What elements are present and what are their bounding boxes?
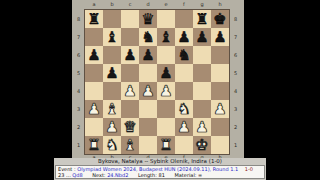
white-knight-icon: ♞ (177, 102, 190, 117)
square-c3[interactable] (121, 100, 139, 118)
square-h5[interactable] (211, 64, 229, 82)
square-f5[interactable] (175, 64, 193, 82)
black-pawn-icon: ♟ (213, 30, 226, 45)
square-d8[interactable]: ♛ (139, 10, 157, 28)
square-b4[interactable] (103, 82, 121, 100)
square-f4[interactable] (175, 82, 193, 100)
black-queen-icon: ♛ (141, 12, 154, 27)
square-a5[interactable] (85, 64, 103, 82)
square-e4[interactable]: ♟ (157, 82, 175, 100)
rank-labels-left: 87654321 (74, 10, 83, 154)
square-a6[interactable]: ♟ (85, 46, 103, 64)
square-e8[interactable] (157, 10, 175, 28)
square-h4[interactable] (211, 82, 229, 100)
white-pawn-icon: ♟ (141, 84, 154, 99)
white-pawn-icon: ♟ (105, 120, 118, 135)
black-rook-icon: ♜ (195, 12, 208, 27)
black-rook-icon: ♜ (87, 12, 100, 27)
material-balance: Material: = (174, 172, 202, 178)
square-f8[interactable] (175, 10, 193, 28)
square-g5[interactable] (193, 64, 211, 82)
square-g7[interactable]: ♟ (193, 28, 211, 46)
square-g2[interactable]: ♟ (193, 118, 211, 136)
square-a2[interactable] (85, 118, 103, 136)
next-move: 24.Nbd2 (107, 172, 128, 178)
square-b5[interactable]: ♟ (103, 64, 121, 82)
white-queen-icon: ♛ (123, 120, 136, 135)
square-c2[interactable]: ♛ (121, 118, 139, 136)
white-pawn-icon: ♟ (213, 102, 226, 117)
square-h2[interactable] (211, 118, 229, 136)
white-bishop-icon: ♝ (105, 102, 118, 117)
square-a7[interactable] (85, 28, 103, 46)
square-g6[interactable] (193, 46, 211, 64)
square-g1[interactable]: ♚ (193, 136, 211, 154)
square-d6[interactable]: ♟ (139, 46, 157, 64)
rank-label-6: 6 (231, 46, 240, 64)
rank-label-3: 3 (231, 100, 240, 118)
rank-label-8: 8 (231, 10, 240, 28)
rank-label-8: 8 (74, 10, 83, 28)
white-pawn-icon: ♟ (177, 120, 190, 135)
white-pawn-icon: ♟ (87, 102, 100, 117)
square-d3[interactable] (139, 100, 157, 118)
square-e3[interactable] (157, 100, 175, 118)
square-b6[interactable] (103, 46, 121, 64)
square-d5[interactable] (139, 64, 157, 82)
move-number: 23 ... (58, 172, 71, 178)
file-label-g: g (193, 2, 211, 7)
file-labels-top: abcdefgh (85, 2, 229, 7)
square-b3[interactable]: ♝ (103, 100, 121, 118)
square-h7[interactable]: ♟ (211, 28, 229, 46)
square-g4[interactable] (193, 82, 211, 100)
black-knight-icon: ♞ (141, 30, 154, 45)
square-d4[interactable]: ♟ (139, 82, 157, 100)
square-f1[interactable] (175, 136, 193, 154)
black-pawn-icon: ♟ (105, 66, 118, 81)
square-a1[interactable]: ♜ (85, 136, 103, 154)
white-pawn-icon: ♟ (159, 84, 172, 99)
rank-label-5: 5 (231, 64, 240, 82)
square-e6[interactable] (157, 46, 175, 64)
square-d2[interactable] (139, 118, 157, 136)
white-king-icon: ♚ (195, 138, 208, 153)
square-a8[interactable]: ♜ (85, 10, 103, 28)
rank-label-3: 3 (74, 100, 83, 118)
square-c8[interactable] (121, 10, 139, 28)
file-label-b: b (103, 2, 121, 7)
square-f2[interactable]: ♟ (175, 118, 193, 136)
white-knight-icon: ♞ (105, 138, 118, 153)
black-knight-icon: ♞ (177, 48, 190, 63)
black-pawn-icon: ♟ (141, 48, 154, 63)
rank-label-6: 6 (74, 46, 83, 64)
square-e1[interactable]: ♜ (157, 136, 175, 154)
last-move: Qd8 (72, 172, 82, 178)
rank-label-2: 2 (231, 118, 240, 136)
file-label-h: h (211, 2, 229, 7)
video-frame: abcdefgh abcdefgh 87654321 87654321 ♜♛♜♚… (0, 0, 320, 180)
square-f3[interactable]: ♞ (175, 100, 193, 118)
next-label: Next: (92, 172, 105, 178)
white-pawn-icon: ♟ (123, 84, 136, 99)
file-label-e: e (157, 2, 175, 7)
white-rook-icon: ♜ (87, 138, 100, 153)
square-f7[interactable]: ♟ (175, 28, 193, 46)
square-c1[interactable]: ♝ (121, 136, 139, 154)
rank-label-7: 7 (74, 28, 83, 46)
square-e5[interactable]: ♟ (157, 64, 175, 82)
black-bishop-icon: ♝ (159, 30, 172, 45)
caption-panel: Bykova, Natalya -- Sybink Olenik, Indira… (54, 158, 266, 180)
square-b1[interactable]: ♞ (103, 136, 121, 154)
file-label-c: c (121, 2, 139, 7)
square-b8[interactable] (103, 10, 121, 28)
square-c6[interactable]: ♟ (121, 46, 139, 64)
black-pawn-icon: ♟ (123, 48, 136, 63)
black-pawn-icon: ♟ (87, 48, 100, 63)
chess-board: ♜♛♜♚♝♞♝♟♟♟♟♟♟♞♟♟♟♟♟♟♝♞♟♟♛♟♟♜♞♝♜♚ (84, 9, 230, 155)
file-label-a: a (85, 2, 103, 7)
rank-label-5: 5 (74, 64, 83, 82)
white-pawn-icon: ♟ (195, 120, 208, 135)
square-g8[interactable]: ♜ (193, 10, 211, 28)
players-line: Bykova, Natalya -- Sybink Olenik, Indira… (54, 158, 266, 165)
square-c4[interactable]: ♟ (121, 82, 139, 100)
square-c7[interactable] (121, 28, 139, 46)
square-b2[interactable]: ♟ (103, 118, 121, 136)
rank-label-4: 4 (231, 82, 240, 100)
square-e2[interactable] (157, 118, 175, 136)
rank-label-4: 4 (74, 82, 83, 100)
square-f6[interactable]: ♞ (175, 46, 193, 64)
rank-label-1: 1 (74, 136, 83, 154)
black-pawn-icon: ♟ (177, 30, 190, 45)
square-g3[interactable] (193, 100, 211, 118)
game-length: Length: 81 (138, 172, 165, 178)
rank-label-1: 1 (231, 136, 240, 154)
game-info-box: Event : Olympiad Women 2024, Budapest HU… (55, 165, 265, 179)
square-e7[interactable]: ♝ (157, 28, 175, 46)
square-b7[interactable]: ♝ (103, 28, 121, 46)
square-a4[interactable] (85, 82, 103, 100)
rank-label-7: 7 (231, 28, 240, 46)
square-h8[interactable]: ♚ (211, 10, 229, 28)
square-a3[interactable]: ♟ (85, 100, 103, 118)
square-h6[interactable] (211, 46, 229, 64)
square-h3[interactable]: ♟ (211, 100, 229, 118)
square-h1[interactable] (211, 136, 229, 154)
file-label-d: d (139, 2, 157, 7)
square-d1[interactable] (139, 136, 157, 154)
black-pawn-icon: ♟ (159, 66, 172, 81)
move-info-line: 23 ... Qd8 Next: 24.Nbd2 Length: 81 Mate… (58, 172, 262, 178)
game-result: 1-0 (245, 166, 253, 172)
square-c5[interactable] (121, 64, 139, 82)
rank-label-2: 2 (74, 118, 83, 136)
black-pawn-icon: ♟ (195, 30, 208, 45)
black-bishop-icon: ♝ (105, 30, 118, 45)
square-d7[interactable]: ♞ (139, 28, 157, 46)
white-bishop-icon: ♝ (123, 138, 136, 153)
file-label-f: f (175, 2, 193, 7)
rank-labels-right: 87654321 (231, 10, 240, 154)
white-rook-icon: ♜ (159, 138, 172, 153)
black-king-icon: ♚ (213, 12, 226, 27)
